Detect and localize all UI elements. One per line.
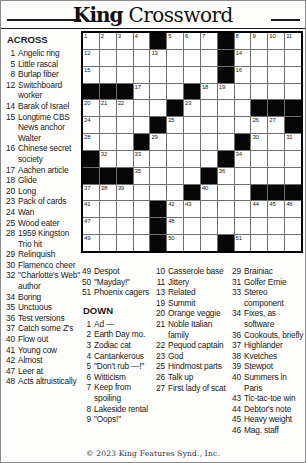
clue-across-24: 24Wan: [6, 207, 81, 218]
grid-cell[interactable]: 23: [184, 100, 200, 116]
grid-cell[interactable]: 16: [235, 67, 251, 83]
grid-cell[interactable]: 3: [117, 33, 133, 49]
clue-text: Almost: [18, 355, 81, 366]
grid-cell[interactable]: 1: [83, 33, 99, 49]
grid-cell[interactable]: 31: [285, 134, 301, 150]
clue-text: Flamenco cheer: [18, 260, 81, 271]
grid-cell[interactable]: 7: [201, 33, 217, 49]
grid-cell-black: [285, 185, 301, 201]
grid-cell[interactable]: 2: [100, 33, 116, 49]
cell-number: 43: [185, 201, 191, 208]
grid-cell[interactable]: [218, 134, 234, 150]
clue-number: 13: [156, 287, 168, 298]
grid-cell[interactable]: [235, 117, 251, 133]
grid-cell[interactable]: [251, 67, 267, 83]
grid-cell[interactable]: 39: [117, 185, 133, 201]
clue-down-8: 8Lakeside rental: [82, 404, 154, 415]
clue-number: 14: [6, 101, 18, 112]
clue-down-26: 26Talk up: [156, 372, 233, 383]
clue-text: Burlap fiber: [18, 69, 81, 80]
clue-number: 10: [156, 266, 168, 277]
grid-cell[interactable]: 26: [251, 117, 267, 133]
grid-cell[interactable]: 15: [83, 67, 99, 83]
grid-cell-black: [150, 218, 166, 234]
grid-cell[interactable]: [235, 185, 251, 201]
grid-cell[interactable]: [201, 117, 217, 133]
clue-number: 1: [6, 48, 18, 59]
clue-number: 6: [82, 372, 94, 383]
clue-number: 43: [232, 393, 244, 404]
title-rule-right: [271, 19, 300, 21]
clue-text: Golfer Ernie: [244, 277, 305, 288]
grid-cell[interactable]: 24: [83, 117, 99, 133]
clue-number: 30: [6, 260, 18, 271]
clue-number: 29: [232, 266, 244, 277]
grid-cell[interactable]: 47: [83, 218, 99, 234]
cell-number: 29: [151, 134, 157, 141]
grid-cell-black: [285, 117, 301, 133]
grid-cell-black: [285, 100, 301, 116]
grid-cell[interactable]: [285, 151, 301, 167]
grid-cell[interactable]: [285, 67, 301, 83]
clue-across-14: 14Barak of Israel: [6, 101, 81, 112]
grid-cell[interactable]: [134, 185, 150, 201]
grid-cell[interactable]: 14: [235, 50, 251, 66]
grid-cell[interactable]: [251, 218, 267, 234]
cell-number: 4: [135, 33, 138, 40]
grid-cell[interactable]: 20: [83, 100, 99, 116]
grid-cell[interactable]: 36: [218, 168, 234, 184]
clue-number: 11: [156, 277, 168, 288]
grid-cell[interactable]: 44: [251, 201, 267, 217]
clue-text: Stewpot: [244, 361, 305, 372]
grid-cell[interactable]: [285, 235, 301, 251]
grid-cell[interactable]: [184, 235, 200, 251]
clue-text: Hindmost parts: [168, 361, 233, 372]
grid-cell[interactable]: 10: [268, 33, 284, 49]
clue-across-16: 16Chinese secret society: [6, 143, 81, 164]
cell-number: 7: [202, 33, 205, 40]
clue-number: 27: [156, 383, 168, 394]
clue-number: 40: [6, 334, 18, 345]
grid-cell-black: [83, 84, 99, 100]
cell-number: 51: [236, 235, 242, 242]
clue-text: "Don't rub —!": [94, 361, 154, 372]
clue-text: Related: [168, 287, 233, 298]
clue-text: Flow out: [18, 334, 81, 345]
grid-cell[interactable]: [134, 218, 150, 234]
grid-cell[interactable]: [285, 168, 301, 184]
grid-cell[interactable]: [150, 100, 166, 116]
header: King Crossword: [1, 1, 305, 29]
grid-cell[interactable]: 9: [251, 33, 267, 49]
grid-cell[interactable]: [218, 218, 234, 234]
down-heading: DOWN: [83, 305, 154, 317]
clue-text: Young cow: [18, 345, 81, 356]
grid-cell[interactable]: 45: [268, 201, 284, 217]
clue-down-19: 19Summit: [156, 298, 233, 309]
grid-cell[interactable]: [150, 67, 166, 83]
down-clues-29-46: 29Brainiac31Golfer Ernie33Stereo compone…: [232, 266, 305, 436]
clue-text: God: [168, 351, 233, 362]
grid-cell[interactable]: [268, 67, 284, 83]
clue-text: Unctuous: [18, 302, 81, 313]
cell-number: 47: [84, 218, 90, 225]
grid-cell[interactable]: [201, 50, 217, 66]
clue-number: 21: [156, 319, 168, 340]
clue-number: 25: [156, 361, 168, 372]
grid-cell[interactable]: [100, 235, 116, 251]
clue-number: 41: [6, 345, 18, 356]
grid-cell[interactable]: [235, 84, 251, 100]
grid-cell-black: [268, 100, 284, 116]
cell-number: 37: [84, 185, 90, 192]
grid-cell[interactable]: 21: [100, 100, 116, 116]
grid-cell[interactable]: [201, 134, 217, 150]
grid-cell[interactable]: [100, 201, 116, 217]
grid-cell-black: [117, 84, 133, 100]
grid-cell[interactable]: 48: [167, 218, 183, 234]
grid-cell[interactable]: 17: [134, 84, 150, 100]
grid-cell[interactable]: [134, 100, 150, 116]
grid-cell[interactable]: [268, 50, 284, 66]
clue-text: Leer at: [18, 366, 81, 377]
clue-number: 49: [82, 266, 94, 277]
grid-cell[interactable]: 42: [167, 201, 183, 217]
grid-cell[interactable]: [117, 201, 133, 217]
grid-cell[interactable]: [268, 84, 284, 100]
cell-number: 33: [135, 151, 141, 158]
grid-cell[interactable]: 33: [134, 151, 150, 167]
grid-cell[interactable]: [285, 50, 301, 66]
clue-across-36: 36Test versions: [6, 313, 81, 324]
clue-number: 23: [156, 351, 168, 362]
grid-cell[interactable]: 51: [235, 235, 251, 251]
cell-number: 42: [168, 201, 174, 208]
grid-cell[interactable]: [235, 168, 251, 184]
cell-number: 24: [84, 117, 90, 124]
cell-number: 34: [236, 151, 242, 158]
clue-across-37: 37Catch some Z's: [6, 323, 81, 334]
grid-cell-black: [83, 168, 99, 184]
clue-down-45: 45Heavy weight: [232, 414, 305, 425]
grid-cell[interactable]: [150, 185, 166, 201]
grid-cell[interactable]: [184, 117, 200, 133]
cell-number: 23: [185, 100, 191, 107]
cell-number: 40: [202, 185, 208, 192]
clue-number: 34: [232, 308, 244, 329]
clue-text: Mag. staff: [244, 425, 305, 436]
clue-across-34: 34Boring: [6, 292, 81, 303]
clue-number: 20: [6, 186, 18, 197]
clue-text: Little rascal: [18, 59, 81, 70]
grid-cell[interactable]: 34: [235, 151, 251, 167]
grid-cell-black: [184, 84, 200, 100]
cell-number: 45: [269, 201, 275, 208]
clue-number: 46: [232, 425, 244, 436]
grid-cell[interactable]: 6: [184, 33, 200, 49]
clue-text: "Charlotte's Web" author: [18, 270, 81, 291]
grid-cell[interactable]: [251, 168, 267, 184]
clue-text: Wan: [18, 207, 81, 218]
grid-cell[interactable]: [117, 218, 133, 234]
clue-across-47: 47Leer at: [6, 366, 81, 377]
clue-across-29: 29Relinquish: [6, 249, 81, 260]
grid-cell[interactable]: 46: [285, 201, 301, 217]
grid-cell[interactable]: [184, 218, 200, 234]
grid-cell[interactable]: [235, 100, 251, 116]
clue-text: Brainiac: [244, 266, 305, 277]
grid-cell[interactable]: [184, 50, 200, 66]
grid-cell[interactable]: 5: [167, 33, 183, 49]
clue-text: Relinquish: [18, 249, 81, 260]
clue-text: Fixes, as software: [244, 308, 305, 329]
clue-down-22: 22Pequod captain: [156, 340, 233, 351]
grid-cell[interactable]: [100, 134, 116, 150]
clue-text: Despot: [94, 266, 154, 277]
grid-cell[interactable]: [285, 84, 301, 100]
clue-number: 7: [82, 382, 94, 403]
clue-text: Highlander: [244, 340, 305, 351]
clue-across-32: 32"Charlotte's Web" author: [6, 270, 81, 291]
grid-cell[interactable]: [184, 134, 200, 150]
clue-down-23: 23God: [156, 351, 233, 362]
grid-cell[interactable]: [134, 117, 150, 133]
grid-cell[interactable]: [167, 185, 183, 201]
clue-number: 29: [6, 249, 18, 260]
clue-number: 8: [6, 69, 18, 80]
grid-cell[interactable]: 35: [134, 168, 150, 184]
grid-cell[interactable]: [218, 201, 234, 217]
grid-cell[interactable]: 38: [100, 185, 116, 201]
clue-down-25: 25Hindmost parts: [156, 361, 233, 372]
grid-cell[interactable]: 49: [83, 235, 99, 251]
clue-number: 39: [232, 361, 244, 372]
clue-number: 22: [156, 340, 168, 351]
grid-cell[interactable]: 32: [100, 151, 116, 167]
grid-cell-black: [117, 168, 133, 184]
clue-text: Acts altruistically: [18, 376, 81, 387]
grid-cell[interactable]: [100, 117, 116, 133]
grid-cell[interactable]: [134, 235, 150, 251]
clue-down-44: 44Debtor's note: [232, 404, 305, 415]
clue-text: Orange veggie: [168, 308, 233, 319]
clue-text: Long: [18, 186, 81, 197]
grid-cell-black: [235, 134, 251, 150]
cell-number: 13: [151, 50, 157, 57]
grid-cell-black: [100, 84, 116, 100]
grid-cell[interactable]: [201, 151, 217, 167]
cell-number: 12: [84, 50, 90, 57]
grid-cell[interactable]: 50: [167, 235, 183, 251]
grid-cell[interactable]: [100, 50, 116, 66]
clue-across-8: 8Burlap fiber: [6, 69, 81, 80]
grid-cell[interactable]: [167, 168, 183, 184]
grid-cell[interactable]: [201, 218, 217, 234]
title-king: King: [73, 3, 123, 27]
grid-cell[interactable]: [167, 151, 183, 167]
cell-number: 21: [101, 100, 107, 107]
grid-cell[interactable]: [117, 134, 133, 150]
clue-across-5: 5Little rascal: [6, 59, 81, 70]
cell-number: 44: [252, 201, 258, 208]
clue-number: 9: [82, 414, 94, 425]
grid-cell[interactable]: 37: [83, 185, 99, 201]
clue-down-10: 10Casserole base: [156, 266, 233, 277]
page-title: King Crossword: [1, 2, 305, 28]
copyright-line: © 2023 King Features Synd., Inc.: [1, 449, 305, 458]
down-clues-1-9: 1Ad —2Earth Day mo.3Zodiac cat4Cantanker…: [82, 319, 154, 425]
clue-number: 32: [6, 270, 18, 291]
grid-cell[interactable]: 12: [83, 50, 99, 66]
grid-cell[interactable]: [134, 50, 150, 66]
cell-number: 9: [252, 33, 255, 40]
grid-cell[interactable]: [117, 151, 133, 167]
grid-cell[interactable]: [251, 84, 267, 100]
grid-cell[interactable]: [167, 50, 183, 66]
clue-number: 1: [82, 319, 94, 330]
grid-cell[interactable]: [235, 218, 251, 234]
grid-cell[interactable]: 25: [167, 117, 183, 133]
grid-cell[interactable]: 13: [150, 50, 166, 66]
cell-number: 17: [135, 84, 141, 91]
clue-down-46: 46Mag. staff: [232, 425, 305, 436]
grid-cell[interactable]: [218, 185, 234, 201]
clue-down-27: 27First lady of scat: [156, 383, 233, 394]
bottom-column-1: 49Despot50"Mayday!"51Phoenix cagers DOWN…: [82, 266, 154, 425]
cell-number: 11: [286, 33, 292, 40]
clue-across-40: 40Flow out: [6, 334, 81, 345]
grid-cell[interactable]: 27: [268, 117, 284, 133]
grid-cell[interactable]: [201, 100, 217, 116]
grid-cell[interactable]: 43: [184, 201, 200, 217]
clue-text: Keep from spoiling: [94, 382, 154, 403]
grid-cell[interactable]: [184, 151, 200, 167]
grid-cell[interactable]: 4: [134, 33, 150, 49]
grid-cell-black: [201, 168, 217, 184]
grid-cell[interactable]: 8: [235, 33, 251, 49]
grid-cell[interactable]: [150, 168, 166, 184]
clue-across-12: 12Switchboard worker: [6, 80, 81, 101]
grid-cell[interactable]: [285, 218, 301, 234]
grid-cell[interactable]: 40: [201, 185, 217, 201]
grid-cell[interactable]: [268, 235, 284, 251]
clue-across-15: 15Longtime CBS News anchor Walter: [6, 112, 81, 144]
cell-number: 28: [84, 134, 90, 141]
grid-cell[interactable]: [218, 117, 234, 133]
cell-number: 18: [202, 84, 208, 91]
grid-cell[interactable]: [117, 67, 133, 83]
grid-cell[interactable]: [117, 50, 133, 66]
grid-cell[interactable]: [268, 168, 284, 184]
grid-cell[interactable]: 11: [285, 33, 301, 49]
grid-cell[interactable]: [184, 67, 200, 83]
clue-text: "Mayday!": [94, 277, 154, 288]
clue-down-1: 1Ad —: [82, 319, 154, 330]
grid-cell[interactable]: 19: [218, 84, 234, 100]
grid-cell[interactable]: [218, 100, 234, 116]
cell-number: 16: [236, 67, 242, 74]
clue-down-3: 3Zodiac cat: [82, 340, 154, 351]
clue-text: Noble Italian family: [168, 319, 233, 340]
clue-number: 37: [6, 323, 18, 334]
clue-text: Heavy weight: [244, 414, 305, 425]
grid-cell[interactable]: 18: [201, 84, 217, 100]
crossword-grid[interactable]: 1234567891011121314151617181920212223242…: [81, 31, 303, 253]
clue-down-34: 34Fixes, as software: [232, 308, 305, 329]
grid-cell[interactable]: [150, 84, 166, 100]
grid-cell[interactable]: [134, 201, 150, 217]
clue-down-29: 29Brainiac: [232, 266, 305, 277]
grid-cell-black: [134, 134, 150, 150]
clue-text: Ad —: [94, 319, 154, 330]
clue-text: Zodiac cat: [94, 340, 154, 351]
clue-across-18: 18Glide: [6, 175, 81, 186]
grid-cell[interactable]: [251, 50, 267, 66]
clue-text: Glide: [18, 175, 81, 186]
grid-cell[interactable]: [184, 168, 200, 184]
clue-across-28: 281959 Kingston Trio hit: [6, 228, 81, 249]
cell-number: 8: [236, 33, 239, 40]
clue-text: Test versions: [18, 313, 81, 324]
cell-number: 49: [84, 235, 90, 242]
grid-cell[interactable]: [167, 67, 183, 83]
clue-number: 40: [232, 372, 244, 393]
grid-cell[interactable]: 30: [251, 134, 267, 150]
clue-text: Pequod captain: [168, 340, 233, 351]
clue-text: Earth Day mo.: [94, 329, 154, 340]
grid-cell[interactable]: [201, 235, 217, 251]
clue-text: Casserole base: [168, 266, 233, 277]
grid-cell[interactable]: [268, 134, 284, 150]
grid-cell[interactable]: [117, 235, 133, 251]
grid-cell[interactable]: [167, 134, 183, 150]
grid-cell[interactable]: [100, 67, 116, 83]
grid-cell[interactable]: [117, 117, 133, 133]
grid-cell[interactable]: [100, 218, 116, 234]
clue-text: Kvetches: [244, 351, 305, 362]
grid-cell[interactable]: [235, 201, 251, 217]
grid-cell[interactable]: [251, 235, 267, 251]
grid-cell[interactable]: [201, 201, 217, 217]
cell-number: 19: [219, 84, 225, 91]
clue-number: 15: [6, 112, 18, 144]
cell-number: 41: [84, 201, 90, 208]
grid-cell[interactable]: [268, 218, 284, 234]
clue-across-30: 30Flamenco cheer: [6, 260, 81, 271]
grid-cell[interactable]: [201, 67, 217, 83]
grid-cell[interactable]: 29: [150, 134, 166, 150]
grid-cell[interactable]: 22: [117, 100, 133, 116]
cell-number: 22: [118, 100, 124, 107]
grid-cell[interactable]: [150, 151, 166, 167]
grid-cell[interactable]: [134, 67, 150, 83]
grid-cell[interactable]: 41: [83, 201, 99, 217]
clue-text: Pack of cards: [18, 196, 81, 207]
bottom-column-2: 10Casserole base11Jittery13Related19Summ…: [156, 266, 233, 393]
clue-number: 33: [232, 287, 244, 308]
clue-text: Barak of Israel: [18, 101, 81, 112]
grid-cell[interactable]: [268, 151, 284, 167]
clue-text: Stereo component: [244, 287, 305, 308]
grid-cell[interactable]: [251, 151, 267, 167]
grid-cell[interactable]: [167, 84, 183, 100]
clue-text: Tic-tac-toe win: [244, 393, 305, 404]
cell-number: 38: [101, 185, 107, 192]
clue-across-41: 41Young cow: [6, 345, 81, 356]
clue-number: 34: [6, 292, 18, 303]
grid-cell[interactable]: 28: [83, 134, 99, 150]
